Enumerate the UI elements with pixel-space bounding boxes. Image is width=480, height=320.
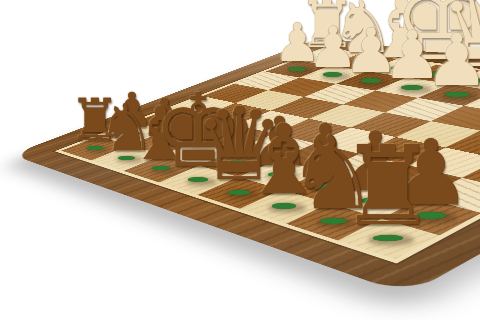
chess-photo-stage: ♜♞♝♚♛♝♞♜♟♟♟♟♟♟♟♟♟♟♟♟♟♟♟♟♜♞♝♚♛♝♞♜ [0, 0, 480, 320]
playing-area [61, 49, 480, 259]
board-frame [11, 37, 480, 294]
